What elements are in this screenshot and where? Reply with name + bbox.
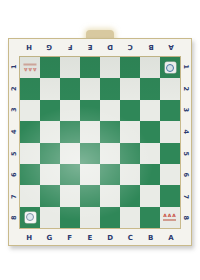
square-h6	[20, 164, 40, 185]
square-c6	[120, 164, 140, 185]
square-b3	[140, 100, 160, 121]
file-label-top-b: B	[141, 41, 161, 54]
square-e3	[80, 100, 100, 121]
square-g3	[40, 100, 60, 121]
file-label-bottom-f: F	[60, 231, 80, 244]
square-b6	[140, 164, 160, 185]
square-e7	[80, 185, 100, 206]
square-e5	[80, 143, 100, 164]
square-c5	[120, 143, 140, 164]
square-d6	[100, 164, 120, 185]
square-g5	[40, 143, 60, 164]
file-label-bottom-c: C	[120, 231, 140, 244]
file-label-top-e: E	[80, 41, 100, 54]
square-f7	[60, 185, 80, 206]
file-label-bottom-a: A	[161, 231, 181, 244]
square-c2	[120, 78, 140, 99]
file-label-bottom-e: E	[80, 231, 100, 244]
square-g2	[40, 78, 60, 99]
square-b8	[140, 207, 160, 228]
square-e1	[80, 57, 100, 78]
chessboard: HGFEDCBA HGFEDCBA 12345678 12345678 AAAA…	[8, 38, 192, 246]
square-c1	[120, 57, 140, 78]
square-d1	[100, 57, 120, 78]
square-a3	[160, 100, 180, 121]
square-h3	[20, 100, 40, 121]
file-labels-bottom: HGFEDCBA	[19, 231, 181, 244]
emblem-sticker-h8	[25, 212, 36, 223]
square-a8: AAA	[160, 207, 180, 228]
square-a5	[160, 143, 180, 164]
square-a7	[160, 185, 180, 206]
square-f2	[60, 78, 80, 99]
square-d3	[100, 100, 120, 121]
square-a2	[160, 78, 180, 99]
square-f5	[60, 143, 80, 164]
square-h1: AAA	[20, 57, 40, 78]
square-b1	[140, 57, 160, 78]
file-label-top-g: G	[39, 41, 59, 54]
file-label-top-c: C	[120, 41, 140, 54]
square-e2	[80, 78, 100, 99]
square-b2	[140, 78, 160, 99]
square-g4	[40, 121, 60, 142]
square-h8	[20, 207, 40, 228]
file-labels-top: HGFEDCBA	[19, 41, 181, 54]
square-h5	[20, 143, 40, 164]
square-g1	[40, 57, 60, 78]
file-label-bottom-b: B	[141, 231, 161, 244]
square-a6	[160, 164, 180, 185]
emblem-ring-icon	[166, 64, 174, 72]
square-g8	[40, 207, 60, 228]
file-label-top-d: D	[100, 41, 120, 54]
square-d2	[100, 78, 120, 99]
file-label-top-h: H	[19, 41, 39, 54]
square-a1	[160, 57, 180, 78]
square-f6	[60, 164, 80, 185]
maker-logo-a8: AAA	[163, 214, 176, 221]
rank-labels-right: 12345678	[181, 56, 191, 229]
square-c3	[120, 100, 140, 121]
emblem-ring-icon	[26, 213, 34, 221]
square-d4	[100, 121, 120, 142]
file-label-top-a: A	[161, 41, 181, 54]
square-d7	[100, 185, 120, 206]
rank-labels-left: 12345678	[9, 56, 19, 229]
square-f4	[60, 121, 80, 142]
square-e4	[80, 121, 100, 142]
square-c7	[120, 185, 140, 206]
square-h7	[20, 185, 40, 206]
square-f3	[60, 100, 80, 121]
emblem-sticker-a1	[165, 62, 176, 73]
maker-logo-text: AAA	[163, 214, 176, 219]
square-e6	[80, 164, 100, 185]
square-c4	[120, 121, 140, 142]
square-g6	[40, 164, 60, 185]
maker-logo-subtext	[163, 219, 176, 221]
square-d8	[100, 207, 120, 228]
file-label-top-f: F	[60, 41, 80, 54]
maker-logo-text: AAA	[23, 66, 36, 71]
square-f1	[60, 57, 80, 78]
file-label-bottom-d: D	[100, 231, 120, 244]
square-d5	[100, 143, 120, 164]
square-b7	[140, 185, 160, 206]
square-g7	[40, 185, 60, 206]
square-e8	[80, 207, 100, 228]
board-grid: AAAAAA	[19, 56, 181, 229]
square-b4	[140, 121, 160, 142]
maker-logo-h1: AAA	[23, 64, 36, 71]
square-b5	[140, 143, 160, 164]
file-label-bottom-g: G	[39, 231, 59, 244]
file-label-bottom-h: H	[19, 231, 39, 244]
product-photo: HGFEDCBA HGFEDCBA 12345678 12345678 AAAA…	[0, 0, 200, 280]
square-f8	[60, 207, 80, 228]
square-c8	[120, 207, 140, 228]
square-h4	[20, 121, 40, 142]
square-a4	[160, 121, 180, 142]
square-h2	[20, 78, 40, 99]
